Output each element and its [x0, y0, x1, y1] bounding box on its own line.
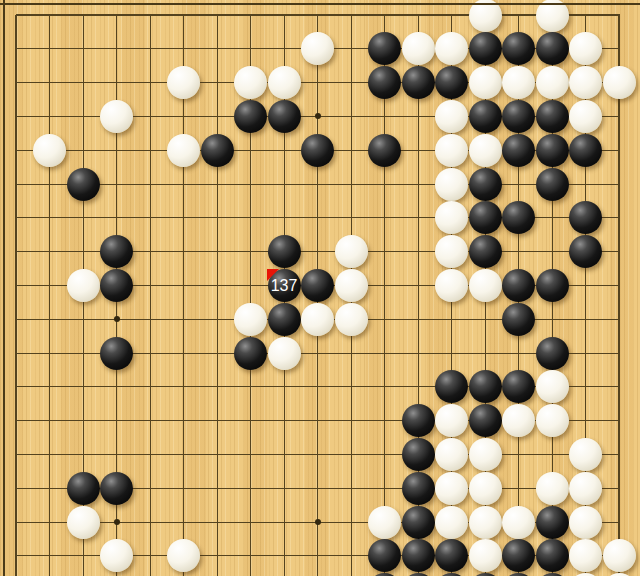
white-stone	[435, 32, 468, 65]
black-stone	[469, 100, 502, 133]
white-stone	[234, 66, 267, 99]
white-stone	[167, 66, 200, 99]
white-stone	[435, 269, 468, 302]
black-stone	[201, 134, 234, 167]
white-stone	[435, 201, 468, 234]
black-stone	[469, 168, 502, 201]
black-stone	[435, 66, 468, 99]
black-stone	[536, 269, 569, 302]
white-stone	[536, 66, 569, 99]
black-stone	[569, 201, 602, 234]
black-stone	[502, 539, 535, 572]
white-stone	[335, 235, 368, 268]
white-stone	[536, 404, 569, 437]
white-stone	[301, 32, 334, 65]
white-stone	[603, 539, 636, 572]
black-stone	[435, 539, 468, 572]
black-stone	[368, 66, 401, 99]
grid-vertical-line	[384, 15, 385, 576]
white-stone	[502, 506, 535, 539]
black-stone	[402, 66, 435, 99]
grid-vertical-line	[217, 15, 218, 576]
black-stone	[402, 438, 435, 471]
black-stone	[502, 32, 535, 65]
white-stone	[33, 134, 66, 167]
black-stone	[268, 100, 301, 133]
white-stone	[569, 100, 602, 133]
white-stone	[469, 438, 502, 471]
white-stone	[435, 168, 468, 201]
black-stone	[100, 472, 133, 505]
black-stone	[469, 32, 502, 65]
grid-vertical-line	[49, 15, 50, 576]
white-stone	[435, 438, 468, 471]
white-stone	[469, 472, 502, 505]
black-stone	[301, 134, 334, 167]
board-frame-left-edge	[0, 0, 5, 576]
black-stone	[469, 370, 502, 403]
black-stone	[469, 235, 502, 268]
star-point	[315, 113, 321, 119]
white-stone	[301, 303, 334, 336]
black-stone	[536, 168, 569, 201]
black-stone	[502, 303, 535, 336]
black-stone	[536, 539, 569, 572]
grid-vertical-line	[15, 15, 17, 576]
white-stone	[469, 269, 502, 302]
grid-vertical-line	[183, 15, 184, 576]
black-stone	[368, 539, 401, 572]
grid-horizontal-line	[16, 14, 620, 16]
grid-vertical-line	[150, 15, 151, 576]
white-stone	[435, 506, 468, 539]
black-stone	[268, 235, 301, 268]
white-stone	[167, 134, 200, 167]
white-stone	[435, 404, 468, 437]
white-stone	[435, 134, 468, 167]
black-stone	[502, 269, 535, 302]
grid-horizontal-line	[16, 184, 620, 185]
white-stone	[67, 269, 100, 302]
white-stone	[268, 337, 301, 370]
white-stone	[536, 472, 569, 505]
white-stone	[469, 539, 502, 572]
star-point	[114, 519, 120, 525]
black-stone	[402, 539, 435, 572]
board-frame-top-edge	[0, 0, 640, 5]
black-stone	[402, 506, 435, 539]
white-stone	[569, 506, 602, 539]
black-stone	[234, 100, 267, 133]
black-stone	[536, 32, 569, 65]
white-stone	[268, 66, 301, 99]
black-stone	[502, 201, 535, 234]
white-stone	[502, 404, 535, 437]
white-stone	[502, 66, 535, 99]
black-stone	[100, 269, 133, 302]
white-stone	[569, 66, 602, 99]
black-stone	[502, 100, 535, 133]
star-point	[114, 316, 120, 322]
white-stone	[100, 100, 133, 133]
black-stone	[536, 337, 569, 370]
white-stone	[435, 472, 468, 505]
black-stone	[100, 337, 133, 370]
black-stone	[100, 235, 133, 268]
white-stone	[335, 303, 368, 336]
black-stone	[469, 404, 502, 437]
black-stone	[435, 370, 468, 403]
white-stone	[469, 134, 502, 167]
black-stone	[268, 303, 301, 336]
black-stone	[368, 134, 401, 167]
white-stone	[469, 506, 502, 539]
white-stone	[569, 438, 602, 471]
white-stone	[100, 539, 133, 572]
grid-vertical-line	[618, 15, 620, 576]
black-stone	[402, 472, 435, 505]
white-stone	[569, 539, 602, 572]
white-stone	[569, 32, 602, 65]
black-stone	[569, 134, 602, 167]
black-stone	[536, 506, 569, 539]
star-point	[315, 519, 321, 525]
white-stone	[234, 303, 267, 336]
white-stone	[368, 506, 401, 539]
go-board[interactable]: 137	[0, 0, 640, 576]
black-stone	[536, 100, 569, 133]
white-stone	[167, 539, 200, 572]
black-stone	[67, 472, 100, 505]
grid-horizontal-line	[16, 454, 620, 455]
black-stone	[368, 32, 401, 65]
white-stone	[569, 472, 602, 505]
white-stone	[435, 100, 468, 133]
black-stone	[469, 201, 502, 234]
white-stone	[435, 235, 468, 268]
move-number-label: 137	[268, 269, 301, 302]
black-stone	[536, 134, 569, 167]
black-stone	[402, 404, 435, 437]
white-stone	[603, 66, 636, 99]
black-stone	[502, 134, 535, 167]
white-stone	[67, 506, 100, 539]
black-stone	[569, 235, 602, 268]
white-stone	[469, 66, 502, 99]
black-stone	[67, 168, 100, 201]
black-stone	[234, 337, 267, 370]
white-stone	[402, 32, 435, 65]
white-stone	[335, 269, 368, 302]
white-stone	[536, 370, 569, 403]
black-stone	[301, 269, 334, 302]
black-stone	[502, 370, 535, 403]
